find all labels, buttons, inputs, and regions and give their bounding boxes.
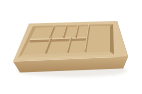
cutlery-tray-photo [0, 0, 142, 94]
photo-canvas [0, 0, 142, 94]
